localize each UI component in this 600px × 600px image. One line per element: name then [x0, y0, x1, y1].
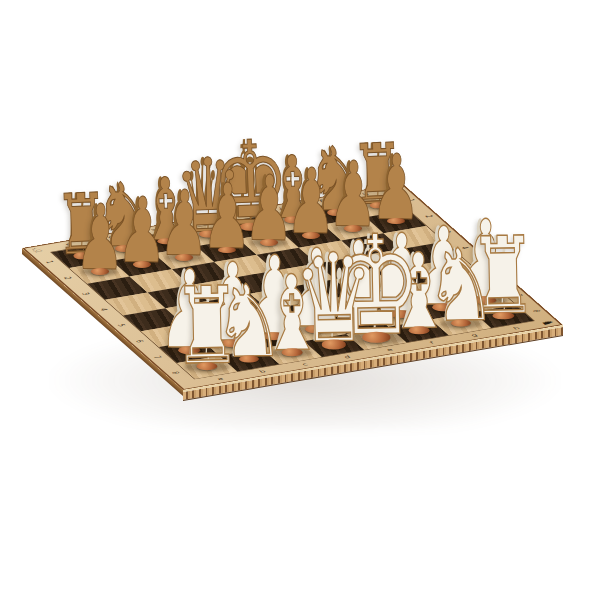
cardboard-chess-set-photo: 1122334455667788aabbccddeeffgghh♘♞ ♜♜♞♞♝…: [0, 0, 600, 600]
penny-weight: [239, 355, 259, 363]
rank-label-left-3: 3: [80, 292, 91, 295]
corner-white-knight-icon: ♘: [28, 247, 45, 254]
rank-label-left-6: 6: [133, 339, 144, 342]
penny-weight: [451, 319, 471, 327]
penny-weight: [91, 268, 109, 275]
rank-label-left-1: 1: [44, 260, 55, 263]
penny-weight: [133, 261, 151, 268]
rank-label-left-2: 2: [62, 276, 73, 279]
rank-label-left-4: 4: [98, 308, 109, 311]
penny-weight: [197, 362, 218, 370]
rank-label-left-5: 5: [115, 324, 126, 327]
corner-black-knight-icon: ♞: [539, 320, 557, 327]
